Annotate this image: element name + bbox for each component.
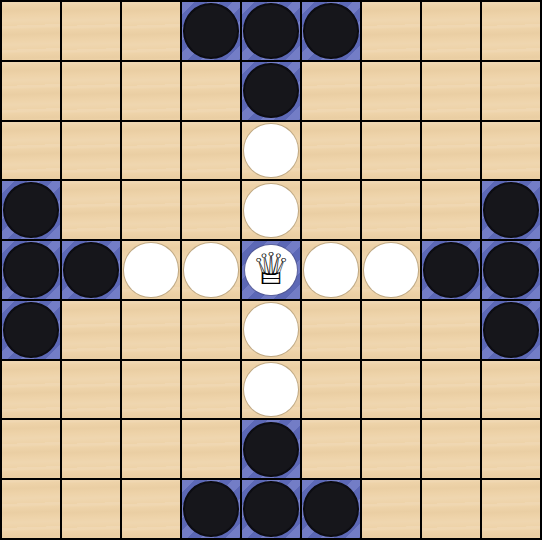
square-e5-throne[interactable]: ♕ [242, 241, 300, 299]
defender-piece[interactable] [184, 243, 237, 296]
attacker-piece[interactable] [3, 242, 59, 297]
square-e1-camp[interactable] [242, 480, 300, 538]
square-a6-camp[interactable] [2, 181, 60, 239]
attacker-piece[interactable] [483, 302, 539, 357]
square-a9[interactable] [2, 2, 60, 60]
square-h8[interactable] [422, 62, 480, 120]
attacker-piece[interactable] [483, 182, 539, 237]
square-e7[interactable] [242, 122, 300, 180]
square-c9[interactable] [122, 2, 180, 60]
square-i2[interactable] [482, 420, 540, 478]
square-i7[interactable] [482, 122, 540, 180]
square-b9[interactable] [62, 2, 120, 60]
square-d8[interactable] [182, 62, 240, 120]
square-a3[interactable] [2, 361, 60, 419]
square-a7[interactable] [2, 122, 60, 180]
square-f8[interactable] [302, 62, 360, 120]
defender-piece[interactable] [244, 363, 297, 416]
square-a2[interactable] [2, 420, 60, 478]
square-e6[interactable] [242, 181, 300, 239]
square-d2[interactable] [182, 420, 240, 478]
square-h6[interactable] [422, 181, 480, 239]
square-c3[interactable] [122, 361, 180, 419]
square-f6[interactable] [302, 181, 360, 239]
attacker-piece[interactable] [483, 242, 539, 297]
square-f5[interactable] [302, 241, 360, 299]
square-e2-camp[interactable] [242, 420, 300, 478]
square-h4[interactable] [422, 301, 480, 359]
square-g2[interactable] [362, 420, 420, 478]
square-b1[interactable] [62, 480, 120, 538]
king-piece[interactable]: ♕ [245, 245, 296, 296]
square-g4[interactable] [362, 301, 420, 359]
defender-piece[interactable] [364, 243, 417, 296]
attacker-piece[interactable] [63, 242, 119, 297]
attacker-piece[interactable] [183, 481, 239, 536]
attacker-piece[interactable] [3, 302, 59, 357]
attacker-piece[interactable] [243, 3, 299, 58]
square-i5-camp[interactable] [482, 241, 540, 299]
square-g8[interactable] [362, 62, 420, 120]
square-b8[interactable] [62, 62, 120, 120]
attacker-piece[interactable] [423, 242, 479, 297]
square-d6[interactable] [182, 181, 240, 239]
square-f1-camp[interactable] [302, 480, 360, 538]
square-c8[interactable] [122, 62, 180, 120]
defender-piece[interactable] [304, 243, 357, 296]
square-g3[interactable] [362, 361, 420, 419]
square-a4-camp[interactable] [2, 301, 60, 359]
defender-piece[interactable] [124, 243, 177, 296]
square-a1[interactable] [2, 480, 60, 538]
square-f2[interactable] [302, 420, 360, 478]
square-a8[interactable] [2, 62, 60, 120]
attacker-piece[interactable] [243, 481, 299, 536]
square-h2[interactable] [422, 420, 480, 478]
square-a5-camp[interactable] [2, 241, 60, 299]
square-e4[interactable] [242, 301, 300, 359]
square-g6[interactable] [362, 181, 420, 239]
square-d1-camp[interactable] [182, 480, 240, 538]
square-d5[interactable] [182, 241, 240, 299]
defender-piece[interactable] [244, 124, 297, 177]
square-b6[interactable] [62, 181, 120, 239]
square-d4[interactable] [182, 301, 240, 359]
square-i8[interactable] [482, 62, 540, 120]
defender-piece[interactable] [244, 184, 297, 237]
square-f4[interactable] [302, 301, 360, 359]
square-i3[interactable] [482, 361, 540, 419]
square-f9-camp[interactable] [302, 2, 360, 60]
attacker-piece[interactable] [3, 182, 59, 237]
king-crown-icon: ♕ [251, 247, 290, 291]
square-h5-camp[interactable] [422, 241, 480, 299]
square-h1[interactable] [422, 480, 480, 538]
square-c6[interactable] [122, 181, 180, 239]
tablut-board: ♕ [0, 0, 542, 540]
attacker-piece[interactable] [243, 63, 299, 118]
square-g7[interactable] [362, 122, 420, 180]
square-c1[interactable] [122, 480, 180, 538]
attacker-piece[interactable] [243, 422, 299, 477]
square-f7[interactable] [302, 122, 360, 180]
attacker-piece[interactable] [303, 3, 359, 58]
square-b5-camp[interactable] [62, 241, 120, 299]
defender-piece[interactable] [244, 303, 297, 356]
square-e8-camp[interactable] [242, 62, 300, 120]
square-c7[interactable] [122, 122, 180, 180]
square-i1[interactable] [482, 480, 540, 538]
square-f3[interactable] [302, 361, 360, 419]
square-g9[interactable] [362, 2, 420, 60]
square-g5[interactable] [362, 241, 420, 299]
square-b2[interactable] [62, 420, 120, 478]
square-d7[interactable] [182, 122, 240, 180]
square-c4[interactable] [122, 301, 180, 359]
square-h9[interactable] [422, 2, 480, 60]
attacker-piece[interactable] [303, 481, 359, 536]
square-b3[interactable] [62, 361, 120, 419]
square-g1[interactable] [362, 480, 420, 538]
square-d3[interactable] [182, 361, 240, 419]
square-i6-camp[interactable] [482, 181, 540, 239]
square-c2[interactable] [122, 420, 180, 478]
square-e3[interactable] [242, 361, 300, 419]
square-h7[interactable] [422, 122, 480, 180]
square-e9-camp[interactable] [242, 2, 300, 60]
square-b7[interactable] [62, 122, 120, 180]
square-h3[interactable] [422, 361, 480, 419]
square-b4[interactable] [62, 301, 120, 359]
square-i9[interactable] [482, 2, 540, 60]
square-i4-camp[interactable] [482, 301, 540, 359]
square-d9-camp[interactable] [182, 2, 240, 60]
square-c5[interactable] [122, 241, 180, 299]
attacker-piece[interactable] [183, 3, 239, 58]
